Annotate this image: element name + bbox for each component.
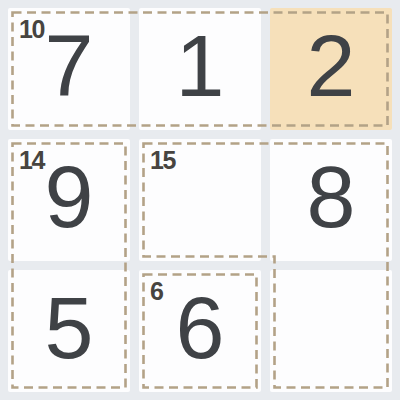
cell-r1c2[interactable]: 8	[270, 139, 392, 261]
puzzle-grid: 10 7 1 2 14 9 15 8 5 6 6	[0, 0, 400, 400]
cage-sum-label: 6	[150, 277, 162, 306]
killer-sudoku-board: 10 7 1 2 14 9 15 8 5 6 6	[0, 0, 400, 400]
cell-value: 6	[176, 284, 225, 372]
cell-value: 7	[45, 22, 94, 110]
cell-r0c2-selected[interactable]: 2	[270, 8, 392, 130]
cell-value: 9	[45, 153, 94, 241]
cell-value: 8	[307, 153, 356, 241]
cage-sum-label: 14	[19, 146, 44, 175]
cage-sum-label: 15	[150, 146, 175, 175]
cell-r2c2[interactable]	[270, 270, 392, 392]
cell-r2c1[interactable]: 6 6	[139, 270, 261, 392]
cell-r1c0[interactable]: 14 9	[8, 139, 130, 261]
cell-value: 1	[176, 22, 225, 110]
cell-r1c1[interactable]: 15	[139, 139, 261, 261]
cell-r0c0[interactable]: 10 7	[8, 8, 130, 130]
cell-r2c0[interactable]: 5	[8, 270, 130, 392]
cell-value: 5	[45, 284, 94, 372]
cell-r0c1[interactable]: 1	[139, 8, 261, 130]
cage-sum-label: 10	[19, 15, 44, 44]
cell-value: 2	[307, 22, 356, 110]
